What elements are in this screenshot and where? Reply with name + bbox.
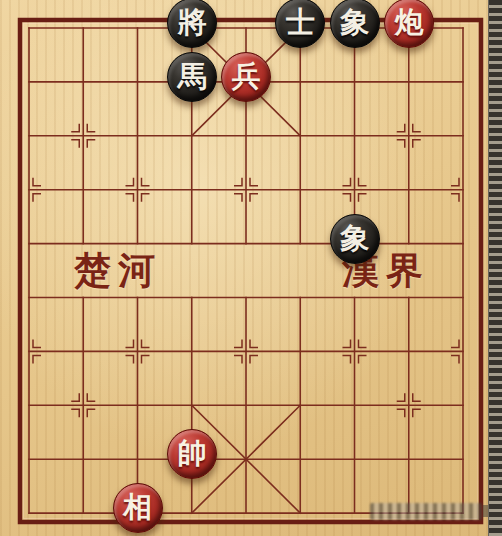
intersection-3-6[interactable] <box>328 163 382 217</box>
intersection-0-3[interactable]: 將 <box>165 1 219 55</box>
intersection-8-4[interactable] <box>219 432 273 486</box>
intersection-7-6[interactable] <box>328 378 382 432</box>
intersection-1-6[interactable] <box>328 55 382 109</box>
piece-red-general[interactable]: 帥 <box>167 429 217 479</box>
intersection-6-3[interactable] <box>165 324 219 378</box>
piece-black-horse[interactable]: 馬 <box>167 52 217 102</box>
intersection-4-5[interactable] <box>273 217 327 271</box>
intersection-8-8[interactable] <box>436 432 490 486</box>
intersection-9-1[interactable] <box>56 486 110 536</box>
intersection-1-3[interactable]: 馬 <box>165 55 219 109</box>
intersection-3-5[interactable] <box>273 163 327 217</box>
piece-black-elephant[interactable]: 象 <box>330 0 380 48</box>
intersection-0-1[interactable] <box>56 1 110 55</box>
intersection-5-4[interactable] <box>219 270 273 324</box>
intersection-8-7[interactable] <box>382 432 436 486</box>
intersection-6-0[interactable] <box>2 324 56 378</box>
intersection-1-2[interactable] <box>111 55 165 109</box>
intersection-2-7[interactable] <box>382 109 436 163</box>
intersection-9-5[interactable] <box>273 486 327 536</box>
intersection-7-5[interactable] <box>273 378 327 432</box>
piece-black-elephant[interactable]: 象 <box>330 214 380 264</box>
intersection-2-6[interactable] <box>328 109 382 163</box>
intersection-8-3[interactable]: 帥 <box>165 432 219 486</box>
intersection-5-7[interactable] <box>382 270 436 324</box>
intersection-4-1[interactable] <box>56 217 110 271</box>
intersection-6-1[interactable] <box>56 324 110 378</box>
intersection-1-7[interactable] <box>382 55 436 109</box>
intersection-7-0[interactable] <box>2 378 56 432</box>
intersection-1-1[interactable] <box>56 55 110 109</box>
intersection-8-5[interactable] <box>273 432 327 486</box>
intersection-8-1[interactable] <box>56 432 110 486</box>
intersection-2-4[interactable] <box>219 109 273 163</box>
board-intersections-grid: 將士象炮馬兵象帥相 <box>2 1 490 536</box>
intersection-2-3[interactable] <box>165 109 219 163</box>
intersection-1-5[interactable] <box>273 55 327 109</box>
intersection-2-8[interactable] <box>436 109 490 163</box>
intersection-5-1[interactable] <box>56 270 110 324</box>
intersection-6-8[interactable] <box>436 324 490 378</box>
intersection-0-7[interactable]: 炮 <box>382 1 436 55</box>
intersection-6-6[interactable] <box>328 324 382 378</box>
intersection-2-2[interactable] <box>111 109 165 163</box>
intersection-4-6[interactable]: 象 <box>328 217 382 271</box>
piece-red-soldier[interactable]: 兵 <box>221 52 271 102</box>
intersection-7-8[interactable] <box>436 378 490 432</box>
intersection-9-2[interactable]: 相 <box>111 486 165 536</box>
intersection-9-4[interactable] <box>219 486 273 536</box>
intersection-7-4[interactable] <box>219 378 273 432</box>
xiangqi-board: 楚河 漢界 將士象炮馬兵象帥相 <box>0 0 502 536</box>
intersection-6-7[interactable] <box>382 324 436 378</box>
intersection-3-1[interactable] <box>56 163 110 217</box>
intersection-1-4[interactable]: 兵 <box>219 55 273 109</box>
intersection-7-1[interactable] <box>56 378 110 432</box>
intersection-4-2[interactable] <box>111 217 165 271</box>
intersection-5-8[interactable] <box>436 270 490 324</box>
intersection-6-5[interactable] <box>273 324 327 378</box>
intersection-5-6[interactable] <box>328 270 382 324</box>
intersection-7-3[interactable] <box>165 378 219 432</box>
intersection-6-2[interactable] <box>111 324 165 378</box>
intersection-5-5[interactable] <box>273 270 327 324</box>
intersection-0-8[interactable] <box>436 1 490 55</box>
intersection-3-0[interactable] <box>2 163 56 217</box>
intersection-5-0[interactable] <box>2 270 56 324</box>
intersection-3-4[interactable] <box>219 163 273 217</box>
intersection-2-5[interactable] <box>273 109 327 163</box>
intersection-4-0[interactable] <box>2 217 56 271</box>
intersection-0-4[interactable] <box>219 1 273 55</box>
intersection-3-7[interactable] <box>382 163 436 217</box>
intersection-7-7[interactable] <box>382 378 436 432</box>
intersection-2-1[interactable] <box>56 109 110 163</box>
blurred-watermark <box>370 503 482 520</box>
intersection-4-4[interactable] <box>219 217 273 271</box>
intersection-5-3[interactable] <box>165 270 219 324</box>
intersection-4-7[interactable] <box>382 217 436 271</box>
intersection-4-3[interactable] <box>165 217 219 271</box>
intersection-7-2[interactable] <box>111 378 165 432</box>
intersection-0-6[interactable]: 象 <box>328 1 382 55</box>
intersection-6-4[interactable] <box>219 324 273 378</box>
intersection-8-0[interactable] <box>2 432 56 486</box>
intersection-1-0[interactable] <box>2 55 56 109</box>
intersection-9-3[interactable] <box>165 486 219 536</box>
piece-black-general[interactable]: 將 <box>167 0 217 48</box>
piece-black-advisor[interactable]: 士 <box>275 0 325 48</box>
intersection-8-6[interactable] <box>328 432 382 486</box>
intersection-0-2[interactable] <box>111 1 165 55</box>
intersection-8-2[interactable] <box>111 432 165 486</box>
intersection-2-0[interactable] <box>2 109 56 163</box>
intersection-0-0[interactable] <box>2 1 56 55</box>
intersection-3-2[interactable] <box>111 163 165 217</box>
intersection-0-5[interactable]: 士 <box>273 1 327 55</box>
intersection-4-8[interactable] <box>436 217 490 271</box>
intersection-3-8[interactable] <box>436 163 490 217</box>
piece-red-cannon[interactable]: 炮 <box>384 0 434 48</box>
intersection-1-8[interactable] <box>436 55 490 109</box>
intersection-3-3[interactable] <box>165 163 219 217</box>
intersection-9-0[interactable] <box>2 486 56 536</box>
intersection-5-2[interactable] <box>111 270 165 324</box>
screen-edge-strip <box>488 0 502 536</box>
piece-red-elephant[interactable]: 相 <box>113 483 163 533</box>
